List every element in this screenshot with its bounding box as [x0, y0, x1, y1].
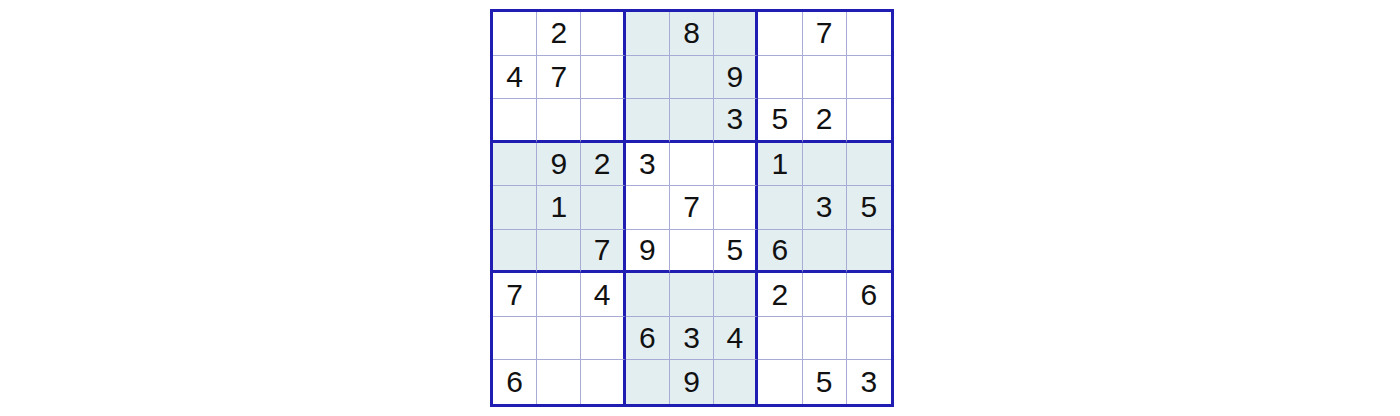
cell-r9c4[interactable] [626, 360, 670, 404]
cell-r2c1[interactable]: 4 [493, 56, 537, 100]
cell-r7c1[interactable]: 7 [493, 273, 537, 317]
cell-r1c5[interactable]: 8 [670, 12, 714, 56]
cell-r1c2[interactable]: 2 [537, 12, 581, 56]
sudoku-board: 28747935292311735795674266346953 [490, 9, 894, 407]
cell-r5c6[interactable] [714, 186, 758, 230]
cell-r6c1[interactable] [493, 230, 537, 274]
page: 28747935292311735795674266346953 [0, 0, 1400, 416]
cell-r7c3[interactable]: 4 [581, 273, 625, 317]
cell-r7c4[interactable] [626, 273, 670, 317]
cell-r9c7[interactable] [758, 360, 802, 404]
cell-r8c7[interactable] [758, 317, 802, 361]
cell-r4c2[interactable]: 9 [537, 143, 581, 187]
cell-r8c2[interactable] [537, 317, 581, 361]
cell-r9c1[interactable]: 6 [493, 360, 537, 404]
cell-r3c5[interactable] [670, 99, 714, 143]
cell-r4c1[interactable] [493, 143, 537, 187]
cell-r6c3[interactable]: 7 [581, 230, 625, 274]
cell-r2c3[interactable] [581, 56, 625, 100]
cell-r3c6[interactable]: 3 [714, 99, 758, 143]
cell-r8c5[interactable]: 3 [670, 317, 714, 361]
cell-r6c4[interactable]: 9 [626, 230, 670, 274]
cell-r4c5[interactable] [670, 143, 714, 187]
cell-r4c6[interactable] [714, 143, 758, 187]
cell-r3c8[interactable]: 2 [803, 99, 847, 143]
cell-r5c3[interactable] [581, 186, 625, 230]
cell-r7c8[interactable] [803, 273, 847, 317]
cell-r8c8[interactable] [803, 317, 847, 361]
cell-r5c1[interactable] [493, 186, 537, 230]
cell-r6c5[interactable] [670, 230, 714, 274]
cell-r6c6[interactable]: 5 [714, 230, 758, 274]
cell-r7c5[interactable] [670, 273, 714, 317]
cell-r5c9[interactable]: 5 [847, 186, 891, 230]
cell-r4c8[interactable] [803, 143, 847, 187]
cell-r5c5[interactable]: 7 [670, 186, 714, 230]
cell-r4c9[interactable] [847, 143, 891, 187]
cell-r2c7[interactable] [758, 56, 802, 100]
cell-r6c2[interactable] [537, 230, 581, 274]
cell-r1c8[interactable]: 7 [803, 12, 847, 56]
cell-r1c7[interactable] [758, 12, 802, 56]
cell-r3c3[interactable] [581, 99, 625, 143]
cell-r9c2[interactable] [537, 360, 581, 404]
cell-r3c9[interactable] [847, 99, 891, 143]
cell-r8c4[interactable]: 6 [626, 317, 670, 361]
cell-r2c9[interactable] [847, 56, 891, 100]
cell-r3c1[interactable] [493, 99, 537, 143]
cell-r5c2[interactable]: 1 [537, 186, 581, 230]
cell-r8c9[interactable] [847, 317, 891, 361]
cell-r9c8[interactable]: 5 [803, 360, 847, 404]
cell-r5c7[interactable] [758, 186, 802, 230]
cell-r2c4[interactable] [626, 56, 670, 100]
cell-r7c2[interactable] [537, 273, 581, 317]
cell-r4c7[interactable]: 1 [758, 143, 802, 187]
cell-r7c6[interactable] [714, 273, 758, 317]
cell-r1c4[interactable] [626, 12, 670, 56]
cell-r6c8[interactable] [803, 230, 847, 274]
cell-r9c9[interactable]: 3 [847, 360, 891, 404]
cell-r3c4[interactable] [626, 99, 670, 143]
cell-r4c3[interactable]: 2 [581, 143, 625, 187]
cell-r6c9[interactable] [847, 230, 891, 274]
cell-r7c7[interactable]: 2 [758, 273, 802, 317]
cell-r1c6[interactable] [714, 12, 758, 56]
cell-r5c8[interactable]: 3 [803, 186, 847, 230]
cell-r2c8[interactable] [803, 56, 847, 100]
cell-r9c5[interactable]: 9 [670, 360, 714, 404]
cell-r9c3[interactable] [581, 360, 625, 404]
cell-r5c4[interactable] [626, 186, 670, 230]
cell-r2c6[interactable]: 9 [714, 56, 758, 100]
cell-r2c5[interactable] [670, 56, 714, 100]
cell-r6c7[interactable]: 6 [758, 230, 802, 274]
cell-r7c9[interactable]: 6 [847, 273, 891, 317]
cell-r1c9[interactable] [847, 12, 891, 56]
cell-r3c7[interactable]: 5 [758, 99, 802, 143]
cell-r4c4[interactable]: 3 [626, 143, 670, 187]
cell-r8c3[interactable] [581, 317, 625, 361]
cell-r9c6[interactable] [714, 360, 758, 404]
cell-r2c2[interactable]: 7 [537, 56, 581, 100]
cell-r1c1[interactable] [493, 12, 537, 56]
cell-r3c2[interactable] [537, 99, 581, 143]
cell-r8c1[interactable] [493, 317, 537, 361]
cell-r8c6[interactable]: 4 [714, 317, 758, 361]
cell-r1c3[interactable] [581, 12, 625, 56]
